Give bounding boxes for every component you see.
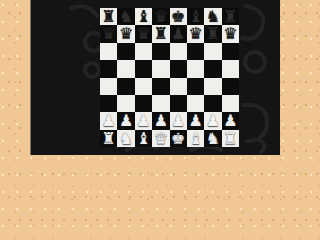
square-e3[interactable] [170,95,187,112]
square-d6[interactable] [152,43,169,60]
square-a2[interactable]: ♟ [100,112,117,129]
piece-white-pawn: ♟ [102,112,116,129]
square-b2[interactable]: ♟ [117,112,134,129]
piece-white-queen: ♛ [154,130,168,147]
square-a7[interactable]: ♛ [100,25,117,42]
page-background-strip-bottom [0,155,280,158]
piece-white-pawn: ♟ [119,112,133,129]
piece-black-rook: ♜ [206,25,220,42]
piece-black-queen: ♛ [136,25,150,42]
square-g3[interactable] [204,95,221,112]
square-h5[interactable] [222,60,239,77]
piece-black-queen: ♛ [188,25,202,42]
piece-white-pawn: ♟ [171,112,185,129]
square-d1[interactable]: ♛ [152,130,169,147]
piece-white-pawn: ♟ [154,112,168,129]
piece-black-queen: ♛ [102,25,116,42]
piece-black-rook: ♜ [154,25,168,42]
square-d7[interactable]: ♜ [152,25,169,42]
square-h7[interactable]: ♛ [222,25,239,42]
square-b5[interactable] [117,60,134,77]
piece-white-pawn: ♟ [206,112,220,129]
square-h4[interactable] [222,78,239,95]
page-background-strip-left [0,0,30,158]
square-b4[interactable] [117,78,134,95]
square-g2[interactable]: ♟ [204,112,221,129]
square-a1[interactable]: ♜ [100,130,117,147]
square-b7[interactable]: ♛ [117,25,134,42]
square-c7[interactable]: ♛ [135,25,152,42]
square-g5[interactable] [204,60,221,77]
square-g8[interactable]: ♞ [204,8,221,25]
piece-black-bishop: ♝ [188,8,202,25]
piece-black-pawn: ♟ [171,25,185,42]
square-d8[interactable]: ♛ [152,8,169,25]
square-e4[interactable] [170,78,187,95]
piece-white-pawn: ♟ [223,112,237,129]
square-g4[interactable] [204,78,221,95]
piece-white-bishop: ♝ [136,130,150,147]
square-e2[interactable]: ♟ [170,112,187,129]
square-a6[interactable] [100,43,117,60]
chess-app-window: ♜♞♝♛♚♝♞♜♛♛♛♜♟♛♜♛♟♟♟♟♟♟♟♟♜♞♝♛♚♝♞♜ [30,0,280,155]
square-h1[interactable]: ♜ [222,130,239,147]
piece-black-queen: ♛ [119,25,133,42]
square-e5[interactable] [170,60,187,77]
piece-black-queen: ♛ [223,25,237,42]
piece-white-bishop: ♝ [188,130,202,147]
piece-black-knight: ♞ [119,8,133,25]
square-c1[interactable]: ♝ [135,130,152,147]
square-d4[interactable] [152,78,169,95]
square-b8[interactable]: ♞ [117,8,134,25]
square-b1[interactable]: ♞ [117,130,134,147]
piece-black-king: ♚ [171,8,185,25]
piece-black-rook: ♜ [102,8,116,25]
square-g6[interactable] [204,43,221,60]
square-f5[interactable] [187,60,204,77]
piece-white-pawn: ♟ [136,112,150,129]
square-g7[interactable]: ♜ [204,25,221,42]
square-c3[interactable] [135,95,152,112]
square-d3[interactable] [152,95,169,112]
square-a3[interactable] [100,95,117,112]
chess-board: ♜♞♝♛♚♝♞♜♛♛♛♜♟♛♜♛♟♟♟♟♟♟♟♟♜♞♝♛♚♝♞♜ [100,8,239,147]
square-b6[interactable] [117,43,134,60]
square-f7[interactable]: ♛ [187,25,204,42]
square-h3[interactable] [222,95,239,112]
piece-black-knight: ♞ [206,8,220,25]
square-h8[interactable]: ♜ [222,8,239,25]
piece-white-knight: ♞ [206,130,220,147]
piece-black-bishop: ♝ [136,8,150,25]
square-a4[interactable] [100,78,117,95]
square-f6[interactable] [187,43,204,60]
square-g1[interactable]: ♞ [204,130,221,147]
square-c8[interactable]: ♝ [135,8,152,25]
piece-black-queen: ♛ [154,8,168,25]
square-d5[interactable] [152,60,169,77]
square-f2[interactable]: ♟ [187,112,204,129]
piece-white-king: ♚ [171,130,185,147]
square-f8[interactable]: ♝ [187,8,204,25]
square-e6[interactable] [170,43,187,60]
square-b3[interactable] [117,95,134,112]
square-c5[interactable] [135,60,152,77]
square-d2[interactable]: ♟ [152,112,169,129]
piece-black-rook: ♜ [223,8,237,25]
square-e1[interactable]: ♚ [170,130,187,147]
piece-white-pawn: ♟ [188,112,202,129]
square-c2[interactable]: ♟ [135,112,152,129]
square-c4[interactable] [135,78,152,95]
square-h2[interactable]: ♟ [222,112,239,129]
square-f4[interactable] [187,78,204,95]
square-h6[interactable] [222,43,239,60]
square-e7[interactable]: ♟ [170,25,187,42]
square-f1[interactable]: ♝ [187,130,204,147]
piece-white-rook: ♜ [223,130,237,147]
piece-white-knight: ♞ [119,130,133,147]
square-e8[interactable]: ♚ [170,8,187,25]
piece-white-rook: ♜ [102,130,116,147]
square-a5[interactable] [100,60,117,77]
square-f3[interactable] [187,95,204,112]
square-c6[interactable] [135,43,152,60]
square-a8[interactable]: ♜ [100,8,117,25]
